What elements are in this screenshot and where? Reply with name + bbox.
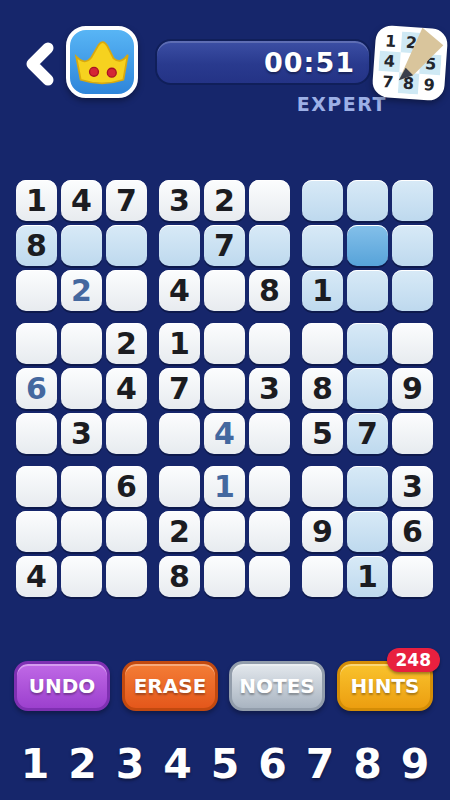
number-key-5[interactable]: 5 xyxy=(203,738,247,790)
cell-r1c8[interactable] xyxy=(347,180,388,221)
cell-r7c3[interactable]: 6 xyxy=(106,466,147,507)
cell-r7c2[interactable] xyxy=(61,466,102,507)
cell-r2c7[interactable] xyxy=(302,225,343,266)
number-key-1[interactable]: 1 xyxy=(13,738,57,790)
cell-r9c7[interactable] xyxy=(302,556,343,597)
cell-r5c8[interactable] xyxy=(347,368,388,409)
cell-r3c5[interactable] xyxy=(204,270,245,311)
mini-cell-5 xyxy=(399,52,421,74)
cell-r8c7[interactable]: 9 xyxy=(302,511,343,552)
cell-r8c4[interactable]: 2 xyxy=(159,511,200,552)
cell-r6c7[interactable]: 5 xyxy=(302,413,343,454)
cell-r7c5[interactable]: 1 xyxy=(204,466,245,507)
cell-r1c5[interactable]: 2 xyxy=(204,180,245,221)
cell-r4c5[interactable] xyxy=(204,323,245,364)
notes-label: NOTES xyxy=(239,674,314,698)
number-key-6[interactable]: 6 xyxy=(251,738,295,790)
cell-r4c9[interactable] xyxy=(392,323,433,364)
box-6: 8957 xyxy=(302,323,433,454)
cell-r1c1[interactable]: 1 xyxy=(16,180,57,221)
number-key-4[interactable]: 4 xyxy=(156,738,200,790)
cell-r8c3[interactable] xyxy=(106,511,147,552)
cell-r9c6[interactable] xyxy=(249,556,290,597)
cell-r5c6[interactable]: 3 xyxy=(249,368,290,409)
cell-r5c9[interactable]: 9 xyxy=(392,368,433,409)
cell-r1c3[interactable]: 7 xyxy=(106,180,147,221)
box-5: 1734 xyxy=(159,323,290,454)
cell-r5c5[interactable] xyxy=(204,368,245,409)
cell-r2c2[interactable] xyxy=(61,225,102,266)
cell-r6c6[interactable] xyxy=(249,413,290,454)
cell-r5c2[interactable] xyxy=(61,368,102,409)
cell-r9c4[interactable]: 8 xyxy=(159,556,200,597)
cell-r3c4[interactable]: 4 xyxy=(159,270,200,311)
mini-cell-4: 4 xyxy=(378,51,400,73)
erase-label: ERASE xyxy=(134,674,207,698)
cell-r2c1[interactable]: 8 xyxy=(16,225,57,266)
cell-r4c1[interactable] xyxy=(16,323,57,364)
cell-r3c8[interactable] xyxy=(347,270,388,311)
cell-r4c2[interactable] xyxy=(61,323,102,364)
mini-cell-1: 1 xyxy=(380,30,402,52)
sudoku-grid: 14782327481264317348957641283961 xyxy=(16,180,433,597)
cell-r8c5[interactable] xyxy=(204,511,245,552)
cell-r2c4[interactable] xyxy=(159,225,200,266)
timer-pill: 00:51 xyxy=(155,39,371,85)
cell-r2c9[interactable] xyxy=(392,225,433,266)
cell-r9c5[interactable] xyxy=(204,556,245,597)
cell-r1c6[interactable] xyxy=(249,180,290,221)
difficulty-label: EXPERT xyxy=(155,93,387,115)
crown-icon xyxy=(70,30,134,94)
cell-r2c8[interactable] xyxy=(347,225,388,266)
undo-button[interactable]: UNDO xyxy=(14,661,110,711)
cell-r2c6[interactable] xyxy=(249,225,290,266)
cell-r5c4[interactable]: 7 xyxy=(159,368,200,409)
cell-r9c1[interactable]: 4 xyxy=(16,556,57,597)
back-button[interactable] xyxy=(20,40,60,88)
box-7: 64 xyxy=(16,466,147,597)
box-8: 128 xyxy=(159,466,290,597)
cell-r3c6[interactable]: 8 xyxy=(249,270,290,311)
cell-r2c5[interactable]: 7 xyxy=(204,225,245,266)
cell-r6c2[interactable]: 3 xyxy=(61,413,102,454)
cell-r9c2[interactable] xyxy=(61,556,102,597)
cell-r1c2[interactable]: 4 xyxy=(61,180,102,221)
box-2: 32748 xyxy=(159,180,290,311)
mini-cell-9: 9 xyxy=(418,74,440,96)
number-key-8[interactable]: 8 xyxy=(346,738,390,790)
puzzle-thumbnail-icon[interactable]: 1245789 xyxy=(372,25,449,102)
cell-r9c3[interactable] xyxy=(106,556,147,597)
hints-label: HINTS xyxy=(351,674,420,698)
cell-r4c3[interactable]: 2 xyxy=(106,323,147,364)
mini-sudoku-grid: 1245789 xyxy=(377,30,443,96)
undo-label: UNDO xyxy=(29,674,96,698)
cell-r3c9[interactable] xyxy=(392,270,433,311)
cell-r4c8[interactable] xyxy=(347,323,388,364)
cell-r7c7[interactable] xyxy=(302,466,343,507)
mini-cell-8: 8 xyxy=(398,73,420,95)
cell-r5c3[interactable]: 4 xyxy=(106,368,147,409)
cell-r6c3[interactable] xyxy=(106,413,147,454)
number-key-9[interactable]: 9 xyxy=(393,738,437,790)
mini-cell-6: 5 xyxy=(420,53,442,75)
cell-r7c8[interactable] xyxy=(347,466,388,507)
hints-count-badge: 248 xyxy=(387,648,441,672)
erase-button[interactable]: ERASE xyxy=(122,661,218,711)
cell-r8c8[interactable] xyxy=(347,511,388,552)
chevron-left-icon xyxy=(20,40,60,88)
cell-r8c6[interactable] xyxy=(249,511,290,552)
cell-r3c1[interactable] xyxy=(16,270,57,311)
cell-r7c4[interactable] xyxy=(159,466,200,507)
cell-r9c8[interactable]: 1 xyxy=(347,556,388,597)
box-4: 2643 xyxy=(16,323,147,454)
mini-cell-7: 7 xyxy=(377,71,399,93)
cell-r1c4[interactable]: 3 xyxy=(159,180,200,221)
mini-cell-3 xyxy=(421,33,443,55)
cell-r3c7[interactable]: 1 xyxy=(302,270,343,311)
timer-value: 00:51 xyxy=(264,47,369,78)
cell-r2c3[interactable] xyxy=(106,225,147,266)
app-logo[interactable] xyxy=(66,26,138,98)
sudoku-app: 00:51 EXPERT 1245789 1478232748126431734… xyxy=(0,0,450,800)
cell-r7c1[interactable] xyxy=(16,466,57,507)
box-1: 14782 xyxy=(16,180,147,311)
box-9: 3961 xyxy=(302,466,433,597)
cell-r1c9[interactable] xyxy=(392,180,433,221)
number-key-3[interactable]: 3 xyxy=(108,738,152,790)
hints-button[interactable]: HINTS 248 xyxy=(337,661,433,711)
cell-r9c9[interactable] xyxy=(392,556,433,597)
cell-r3c3[interactable] xyxy=(106,270,147,311)
cell-r6c9[interactable] xyxy=(392,413,433,454)
number-pad: 123456789 xyxy=(0,738,450,790)
cell-r7c6[interactable] xyxy=(249,466,290,507)
number-key-7[interactable]: 7 xyxy=(298,738,342,790)
cell-r7c9[interactable]: 3 xyxy=(392,466,433,507)
number-key-2[interactable]: 2 xyxy=(61,738,105,790)
cell-r1c7[interactable] xyxy=(302,180,343,221)
cell-r4c4[interactable]: 1 xyxy=(159,323,200,364)
cell-r6c4[interactable] xyxy=(159,413,200,454)
cell-r3c2[interactable]: 2 xyxy=(61,270,102,311)
box-3: 1 xyxy=(302,180,433,311)
cell-r8c1[interactable] xyxy=(16,511,57,552)
cell-r6c8[interactable]: 7 xyxy=(347,413,388,454)
cell-r6c5[interactable]: 4 xyxy=(204,413,245,454)
cell-r4c7[interactable] xyxy=(302,323,343,364)
mini-cell-2: 2 xyxy=(400,31,422,53)
cell-r4c6[interactable] xyxy=(249,323,290,364)
cell-r5c1[interactable]: 6 xyxy=(16,368,57,409)
cell-r5c7[interactable]: 8 xyxy=(302,368,343,409)
cell-r8c9[interactable]: 6 xyxy=(392,511,433,552)
cell-r6c1[interactable] xyxy=(16,413,57,454)
notes-button[interactable]: NOTES xyxy=(229,661,325,711)
cell-r8c2[interactable] xyxy=(61,511,102,552)
